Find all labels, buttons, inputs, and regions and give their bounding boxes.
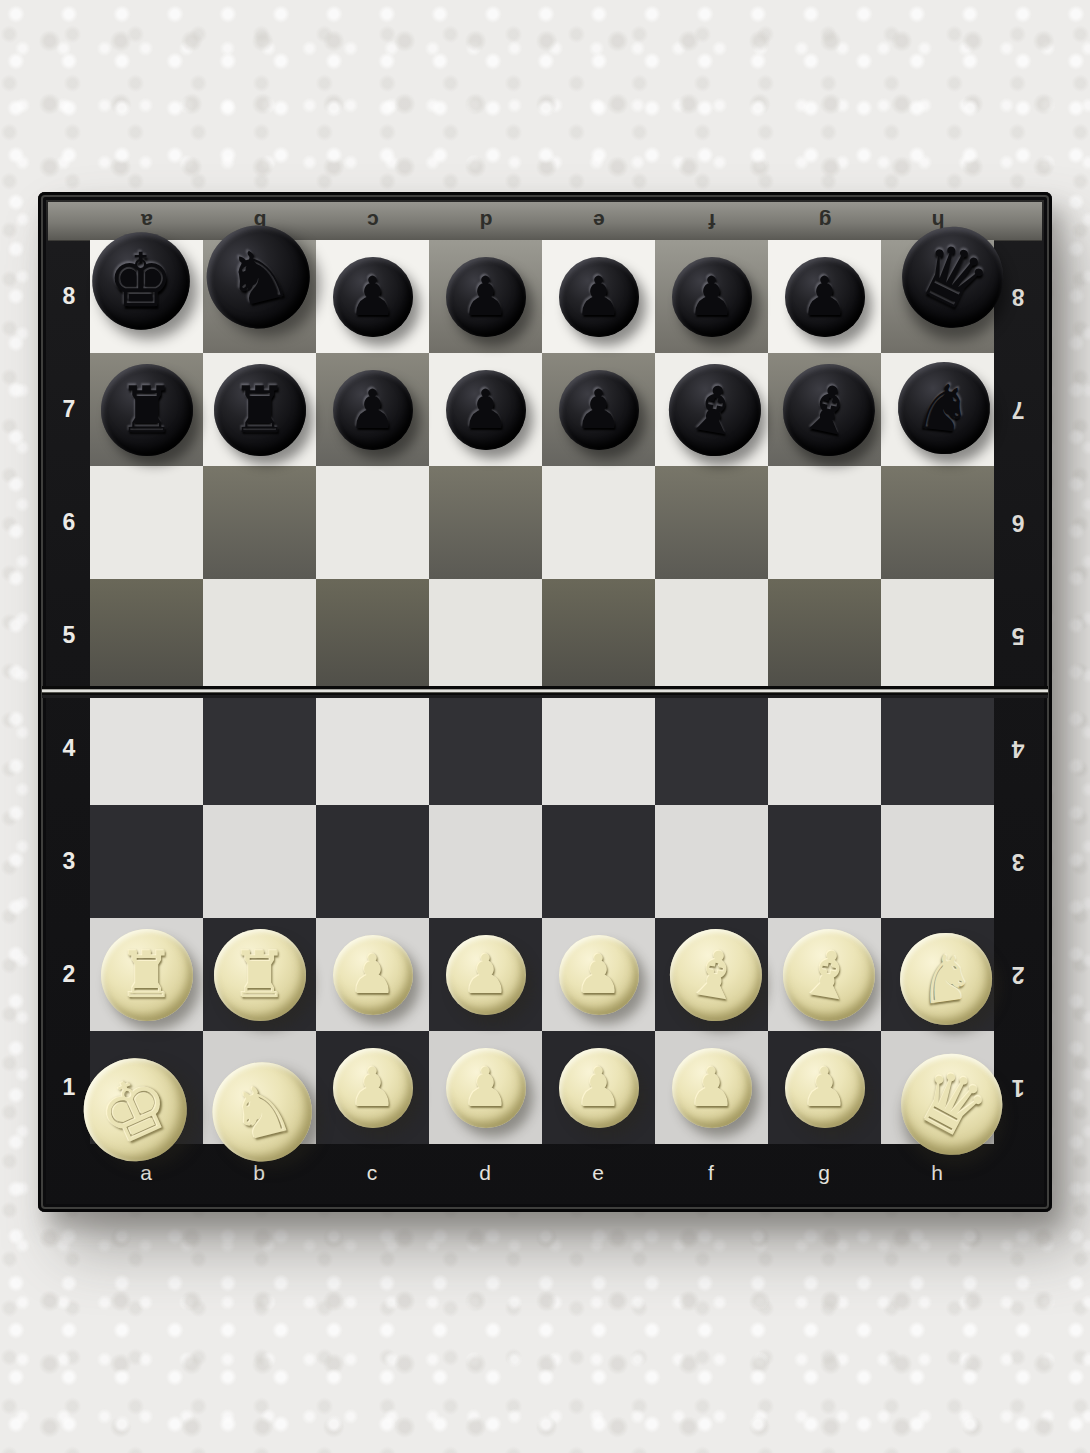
rank-label-left-6: 6 xyxy=(48,466,90,579)
piece-glyph: ♟ xyxy=(348,948,396,1002)
square-f4[interactable] xyxy=(655,692,768,805)
square-c6[interactable] xyxy=(316,466,429,579)
piece-black-pawn[interactable]: ♟ xyxy=(429,353,542,466)
piece-white-pawn[interactable]: ♟ xyxy=(316,1031,429,1144)
square-a1[interactable]: ♚ xyxy=(90,1031,203,1144)
square-b6[interactable] xyxy=(203,466,316,579)
square-c3[interactable] xyxy=(316,805,429,918)
piece-black-pawn[interactable]: ♟ xyxy=(542,353,655,466)
piece-black-pawn[interactable]: ♟ xyxy=(316,240,429,353)
square-b7[interactable]: ♜ xyxy=(203,353,316,466)
square-c8[interactable]: ♟ xyxy=(316,240,429,353)
square-d2[interactable]: ♟ xyxy=(429,918,542,1031)
square-e5[interactable] xyxy=(542,579,655,692)
square-h5[interactable] xyxy=(881,579,994,692)
piece-glyph: ♝ xyxy=(681,373,749,446)
piece-glyph: ♟ xyxy=(800,1061,848,1115)
square-h8[interactable]: ♛ xyxy=(881,240,994,353)
square-d1[interactable]: ♟ xyxy=(429,1031,542,1144)
piece-glyph: ♟ xyxy=(574,270,622,324)
square-g3[interactable] xyxy=(768,805,881,918)
square-a5[interactable] xyxy=(90,579,203,692)
square-a7[interactable]: ♜ xyxy=(90,353,203,466)
piece-white-bishop[interactable]: ♝ xyxy=(763,909,894,1040)
piece-glyph: ♟ xyxy=(348,270,396,324)
square-e6[interactable] xyxy=(542,466,655,579)
square-f3[interactable] xyxy=(655,805,768,918)
piece-white-pawn[interactable]: ♟ xyxy=(429,1031,542,1144)
piece-glyph: ♟ xyxy=(348,1061,396,1115)
square-c2[interactable]: ♟ xyxy=(316,918,429,1031)
chessboard: abcdefgh 87654321 87654321 abcdefgh ♚♞♟♟… xyxy=(38,192,1052,1212)
board-fold-seam xyxy=(42,686,1048,698)
square-a8[interactable]: ♚ xyxy=(90,240,203,353)
square-h2[interactable]: ♞ xyxy=(881,918,994,1031)
square-b3[interactable] xyxy=(203,805,316,918)
square-e7[interactable]: ♟ xyxy=(542,353,655,466)
file-label-bottom-f: f xyxy=(655,1144,768,1202)
square-a2[interactable]: ♜ xyxy=(90,918,203,1031)
piece-white-rook[interactable]: ♜ xyxy=(203,918,316,1031)
piece-white-pawn[interactable]: ♟ xyxy=(316,918,429,1031)
rank-label-left-2: 2 xyxy=(48,918,90,1031)
piece-glyph: ♟ xyxy=(574,1061,622,1115)
square-e8[interactable]: ♟ xyxy=(542,240,655,353)
piece-glyph: ♜ xyxy=(118,378,175,442)
square-f5[interactable] xyxy=(655,579,768,692)
square-d4[interactable] xyxy=(429,692,542,805)
piece-glyph: ♟ xyxy=(461,383,509,437)
square-g7[interactable]: ♝ xyxy=(768,353,881,466)
rank-label-left-3: 3 xyxy=(48,805,90,918)
square-f8[interactable]: ♟ xyxy=(655,240,768,353)
styrofoam-background: abcdefgh 87654321 87654321 abcdefgh ♚♞♟♟… xyxy=(0,0,1090,1453)
square-g8[interactable]: ♟ xyxy=(768,240,881,353)
square-c7[interactable]: ♟ xyxy=(316,353,429,466)
piece-glyph: ♜ xyxy=(231,378,288,442)
file-label-bottom-e: e xyxy=(542,1144,655,1202)
square-h6[interactable] xyxy=(881,466,994,579)
file-label-top-e: e xyxy=(542,202,655,240)
square-e4[interactable] xyxy=(542,692,655,805)
square-b1[interactable]: ♞ xyxy=(203,1031,316,1144)
piece-glyph: ♟ xyxy=(348,383,396,437)
rank-label-right-3: 3 xyxy=(994,805,1042,918)
file-label-top-d: d xyxy=(429,202,542,240)
rank-label-left-4: 4 xyxy=(48,692,90,805)
piece-white-pawn[interactable]: ♟ xyxy=(542,1031,655,1144)
square-f1[interactable]: ♟ xyxy=(655,1031,768,1144)
piece-black-knight[interactable]: ♞ xyxy=(881,345,1005,469)
square-d6[interactable] xyxy=(429,466,542,579)
square-g6[interactable] xyxy=(768,466,881,579)
square-e2[interactable]: ♟ xyxy=(542,918,655,1031)
square-d7[interactable]: ♟ xyxy=(429,353,542,466)
rank-label-right-6: 6 xyxy=(994,466,1042,579)
piece-white-pawn[interactable]: ♟ xyxy=(768,1031,881,1144)
rank-label-right-5: 5 xyxy=(994,579,1042,692)
piece-white-pawn[interactable]: ♟ xyxy=(655,1031,768,1144)
square-g5[interactable] xyxy=(768,579,881,692)
square-h4[interactable] xyxy=(881,692,994,805)
piece-glyph: ♟ xyxy=(574,948,622,1002)
square-a6[interactable] xyxy=(90,466,203,579)
square-f2[interactable]: ♝ xyxy=(655,918,768,1031)
file-label-bottom-d: d xyxy=(429,1144,542,1202)
piece-glyph: ♟ xyxy=(687,1061,735,1115)
piece-black-pawn[interactable]: ♟ xyxy=(768,240,881,353)
square-f6[interactable] xyxy=(655,466,768,579)
square-e1[interactable]: ♟ xyxy=(542,1031,655,1144)
piece-glyph: ♞ xyxy=(913,943,979,1014)
square-d5[interactable] xyxy=(429,579,542,692)
square-g1[interactable]: ♟ xyxy=(768,1031,881,1144)
square-e3[interactable] xyxy=(542,805,655,918)
square-d3[interactable] xyxy=(429,805,542,918)
piece-white-rook[interactable]: ♜ xyxy=(90,918,203,1031)
piece-black-pawn[interactable]: ♟ xyxy=(655,240,768,353)
piece-white-knight[interactable]: ♞ xyxy=(882,915,1010,1043)
piece-glyph: ♝ xyxy=(682,938,750,1011)
square-h3[interactable] xyxy=(881,805,994,918)
square-b5[interactable] xyxy=(203,579,316,692)
square-b4[interactable] xyxy=(203,692,316,805)
square-h7[interactable]: ♞ xyxy=(881,353,994,466)
piece-glyph: ♟ xyxy=(687,270,735,324)
square-g2[interactable]: ♝ xyxy=(768,918,881,1031)
square-a3[interactable] xyxy=(90,805,203,918)
piece-black-bishop[interactable]: ♝ xyxy=(649,344,780,475)
piece-black-bishop[interactable]: ♝ xyxy=(761,342,895,476)
rank-label-left-5: 5 xyxy=(48,579,90,692)
piece-black-rook[interactable]: ♜ xyxy=(203,353,316,466)
rank-label-left-7: 7 xyxy=(48,353,90,466)
square-b8[interactable]: ♞ xyxy=(203,240,316,353)
piece-white-bishop[interactable]: ♝ xyxy=(650,909,781,1040)
square-c4[interactable] xyxy=(316,692,429,805)
piece-black-pawn[interactable]: ♟ xyxy=(316,353,429,466)
piece-glyph: ♚ xyxy=(107,243,174,317)
piece-glyph: ♜ xyxy=(118,943,175,1007)
file-label-bottom-g: g xyxy=(768,1144,881,1202)
square-c1[interactable]: ♟ xyxy=(316,1031,429,1144)
piece-black-rook[interactable]: ♜ xyxy=(90,353,203,466)
piece-black-pawn[interactable]: ♟ xyxy=(429,240,542,353)
square-b2[interactable]: ♜ xyxy=(203,918,316,1031)
square-a4[interactable] xyxy=(90,692,203,805)
rank-label-right-4: 4 xyxy=(994,692,1042,805)
piece-glyph: ♟ xyxy=(800,270,848,324)
piece-glyph: ♟ xyxy=(461,948,509,1002)
square-c5[interactable] xyxy=(316,579,429,692)
piece-glyph: ♜ xyxy=(231,943,288,1007)
square-f7[interactable]: ♝ xyxy=(655,353,768,466)
square-h1[interactable]: ♛ xyxy=(881,1031,994,1144)
file-label-top-f: f xyxy=(655,202,768,240)
piece-glyph: ♟ xyxy=(461,1061,509,1115)
square-d8[interactable]: ♟ xyxy=(429,240,542,353)
piece-glyph: ♟ xyxy=(574,383,622,437)
piece-glyph: ♝ xyxy=(795,938,863,1011)
piece-glyph: ♞ xyxy=(912,373,976,443)
piece-white-pawn[interactable]: ♟ xyxy=(429,918,542,1031)
piece-glyph: ♟ xyxy=(461,270,509,324)
file-label-top-g: g xyxy=(768,202,881,240)
piece-white-pawn[interactable]: ♟ xyxy=(542,918,655,1031)
file-label-top-c: c xyxy=(316,202,429,240)
square-g4[interactable] xyxy=(768,692,881,805)
piece-black-pawn[interactable]: ♟ xyxy=(542,240,655,353)
